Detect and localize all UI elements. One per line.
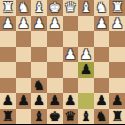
square-d6[interactable] [63, 78, 79, 94]
black-pawn[interactable]: ♟ [80, 63, 92, 77]
square-a6[interactable] [109, 78, 125, 94]
square-h8[interactable]: ♜ [0, 109, 16, 125]
black-bishop[interactable]: ♝ [80, 109, 92, 123]
square-a4[interactable] [109, 47, 125, 63]
square-b5[interactable] [94, 62, 110, 78]
square-c5[interactable]: ♟ [78, 62, 94, 78]
square-f2[interactable]: ♟ [31, 16, 47, 32]
square-g2[interactable]: ♟ [16, 16, 32, 32]
square-d2[interactable] [63, 16, 79, 32]
white-pawn[interactable]: ♟ [33, 16, 45, 30]
square-d8[interactable]: ♛ [63, 109, 79, 125]
square-c7[interactable] [78, 93, 94, 109]
square-d5[interactable] [63, 62, 79, 78]
square-h3[interactable] [0, 31, 16, 47]
white-king[interactable]: ♚ [49, 1, 61, 15]
square-f5[interactable] [31, 62, 47, 78]
white-knight[interactable]: ♞ [96, 1, 108, 15]
square-c8[interactable]: ♝ [78, 109, 94, 125]
square-b3[interactable] [94, 31, 110, 47]
square-e6[interactable] [47, 78, 63, 94]
square-b6[interactable] [94, 78, 110, 94]
black-pawn[interactable]: ♟ [111, 94, 123, 108]
black-rook[interactable]: ♜ [111, 109, 123, 123]
square-e4[interactable] [47, 47, 63, 63]
square-a2[interactable]: ♟ [109, 16, 125, 32]
square-c1[interactable]: ♝ [78, 0, 94, 16]
square-a7[interactable]: ♟ [109, 93, 125, 109]
white-pawn[interactable]: ♟ [2, 16, 14, 30]
square-d1[interactable]: ♛ [63, 0, 79, 16]
square-h2[interactable]: ♟ [0, 16, 16, 32]
white-queen[interactable]: ♛ [64, 1, 76, 15]
black-bishop[interactable]: ♝ [33, 109, 45, 123]
square-a8[interactable]: ♜ [109, 109, 125, 125]
square-b4[interactable] [94, 47, 110, 63]
square-a3[interactable] [109, 31, 125, 47]
black-queen[interactable]: ♛ [64, 109, 76, 123]
square-e5[interactable] [47, 62, 63, 78]
square-h5[interactable] [0, 62, 16, 78]
square-d4[interactable]: ♟ [63, 47, 79, 63]
black-pawn[interactable]: ♟ [64, 94, 76, 108]
square-f1[interactable]: ♝ [31, 0, 47, 16]
white-pawn[interactable]: ♟ [64, 47, 76, 61]
white-bishop[interactable]: ♝ [33, 1, 45, 15]
square-g5[interactable] [16, 62, 32, 78]
black-pawn[interactable]: ♟ [17, 94, 29, 108]
black-king[interactable]: ♚ [49, 109, 61, 123]
square-g1[interactable]: ♞ [16, 0, 32, 16]
white-bishop[interactable]: ♝ [80, 1, 92, 15]
square-h4[interactable] [0, 47, 16, 63]
square-e1[interactable]: ♚ [47, 0, 63, 16]
square-f8[interactable]: ♝ [31, 109, 47, 125]
black-pawn[interactable]: ♟ [2, 94, 14, 108]
square-g8[interactable] [16, 109, 32, 125]
square-c4[interactable]: ♟ [78, 47, 94, 63]
square-b8[interactable]: ♞ [94, 109, 110, 125]
square-a1[interactable]: ♜ [109, 0, 125, 16]
white-pawn[interactable]: ♟ [80, 47, 92, 61]
white-pawn[interactable]: ♟ [111, 16, 123, 30]
square-g7[interactable]: ♟ [16, 93, 32, 109]
black-knight[interactable]: ♞ [96, 109, 108, 123]
square-c6[interactable] [78, 78, 94, 94]
white-pawn[interactable]: ♟ [96, 16, 108, 30]
square-c3[interactable] [78, 31, 94, 47]
square-e7[interactable]: ♟ [47, 93, 63, 109]
square-d3[interactable] [63, 31, 79, 47]
white-knight[interactable]: ♞ [17, 1, 29, 15]
white-rook[interactable]: ♜ [2, 1, 14, 15]
square-g6[interactable] [16, 78, 32, 94]
square-g4[interactable] [16, 47, 32, 63]
black-pawn[interactable]: ♟ [33, 94, 45, 108]
square-b2[interactable]: ♟ [94, 16, 110, 32]
square-f4[interactable] [31, 47, 47, 63]
square-a5[interactable] [109, 62, 125, 78]
square-b1[interactable]: ♞ [94, 0, 110, 16]
black-pawn[interactable]: ♟ [49, 94, 61, 108]
square-g3[interactable] [16, 31, 32, 47]
square-f3[interactable] [31, 31, 47, 47]
square-f7[interactable]: ♟ [31, 93, 47, 109]
square-h7[interactable]: ♟ [0, 93, 16, 109]
chess-board: ♜♞♝♚♛♝♞♜♟♟♟♟♟♟♟♟♟♞♟♟♟♟♟♟♟♜♝♚♛♝♞♜ [0, 0, 125, 124]
square-f6[interactable]: ♞ [31, 78, 47, 94]
white-rook[interactable]: ♜ [111, 1, 123, 15]
square-e3[interactable] [47, 31, 63, 47]
black-knight[interactable]: ♞ [33, 78, 45, 92]
chess-board-wrapper: ♜♞♝♚♛♝♞♜♟♟♟♟♟♟♟♟♟♞♟♟♟♟♟♟♟♜♝♚♛♝♞♜ [0, 0, 125, 124]
square-h6[interactable] [0, 78, 16, 94]
black-pawn[interactable]: ♟ [96, 94, 108, 108]
square-e8[interactable]: ♚ [47, 109, 63, 125]
square-d7[interactable]: ♟ [63, 93, 79, 109]
white-pawn[interactable]: ♟ [49, 16, 61, 30]
white-pawn[interactable]: ♟ [17, 16, 29, 30]
square-b7[interactable]: ♟ [94, 93, 110, 109]
black-rook[interactable]: ♜ [2, 109, 14, 123]
square-c2[interactable] [78, 16, 94, 32]
square-e2[interactable]: ♟ [47, 16, 63, 32]
square-h1[interactable]: ♜ [0, 0, 16, 16]
